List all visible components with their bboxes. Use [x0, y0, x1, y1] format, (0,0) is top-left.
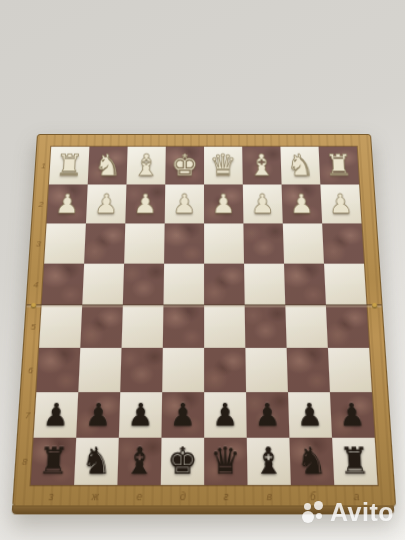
square-a6 [327, 348, 371, 392]
square-f8: ♝ [117, 438, 161, 485]
black-rook: ♜ [30, 438, 76, 485]
white-bishop: ♝ [242, 147, 281, 185]
black-pawn: ♟ [287, 392, 331, 438]
square-g3 [84, 223, 125, 263]
square-g6 [78, 348, 121, 392]
black-pawn: ♟ [204, 392, 247, 438]
square-d7: ♟ [204, 392, 247, 438]
white-pawn: ♟ [46, 184, 87, 223]
white-king: ♚ [165, 147, 204, 185]
file-label-д: д [180, 490, 186, 503]
square-h4 [41, 264, 83, 305]
black-queen: ♛ [204, 438, 247, 485]
square-e6 [162, 348, 204, 392]
white-pawn: ♟ [125, 184, 165, 223]
black-pawn: ♟ [246, 392, 289, 438]
chess-board: 12345678 ♜♞♝♚♛♝♞♜♟♟♟♟♟♟♟♟♟♟♟♟♟♟♟♟♜♞♝♚♛♝♞… [12, 134, 396, 507]
square-e1: ♚ [165, 147, 204, 185]
square-f4 [122, 264, 163, 305]
white-bishop: ♝ [126, 147, 165, 185]
square-d8: ♛ [204, 438, 247, 485]
black-bishop: ♝ [117, 438, 161, 485]
square-b5 [285, 305, 328, 348]
square-c4 [244, 264, 285, 305]
square-d5 [204, 305, 245, 348]
square-f5 [121, 305, 163, 348]
black-pawn: ♟ [329, 392, 374, 438]
square-a5 [325, 305, 368, 348]
file-label-г: г [223, 490, 228, 503]
board-grid: ♜♞♝♚♛♝♞♜♟♟♟♟♟♟♟♟♟♟♟♟♟♟♟♟♜♞♝♚♛♝♞♜ [30, 147, 377, 485]
hinge-left-icon [30, 303, 36, 309]
square-c2: ♟ [242, 184, 282, 223]
square-c7: ♟ [246, 392, 289, 438]
avito-watermark-text: Avito [330, 498, 394, 527]
black-rook: ♜ [332, 438, 378, 485]
square-g4 [82, 264, 124, 305]
square-a8: ♜ [332, 438, 378, 485]
square-g2: ♟ [85, 184, 126, 223]
white-pawn: ♟ [164, 184, 203, 223]
square-b1: ♞ [280, 147, 320, 185]
file-label-з: з [48, 490, 53, 503]
square-h1: ♜ [48, 147, 88, 185]
black-bishop: ♝ [246, 438, 290, 485]
square-f2: ♟ [125, 184, 165, 223]
square-c6 [245, 348, 288, 392]
white-pawn: ♟ [85, 184, 126, 223]
square-a1: ♜ [318, 147, 359, 185]
white-pawn: ♟ [320, 184, 361, 223]
square-h2: ♟ [46, 184, 87, 223]
file-label-ж: ж [91, 490, 99, 503]
square-e5 [162, 305, 203, 348]
white-rook: ♜ [48, 147, 88, 185]
square-c8: ♝ [246, 438, 290, 485]
square-e8: ♚ [160, 438, 203, 485]
board-perspective-wrapper: 12345678 ♜♞♝♚♛♝♞♜♟♟♟♟♟♟♟♟♟♟♟♟♟♟♟♟♜♞♝♚♛♝♞… [11, 134, 394, 514]
square-g1: ♞ [87, 147, 127, 185]
white-queen: ♛ [204, 147, 243, 185]
square-e3 [164, 223, 204, 263]
square-b7: ♟ [287, 392, 331, 438]
square-h6 [36, 348, 80, 392]
square-c3 [243, 223, 284, 263]
white-rook: ♜ [318, 147, 359, 185]
square-b6 [286, 348, 329, 392]
square-e7: ♟ [161, 392, 204, 438]
rank-label-5: 5 [30, 321, 35, 331]
listing-photo: 12345678 ♜♞♝♚♛♝♞♜♟♟♟♟♟♟♟♟♟♟♟♟♟♟♟♟♜♞♝♚♛♝♞… [0, 0, 405, 540]
avito-logo-icon [302, 500, 325, 525]
square-c5 [244, 305, 286, 348]
rank-label-4: 4 [33, 279, 38, 289]
square-b3 [282, 223, 323, 263]
square-b4 [284, 264, 326, 305]
black-king: ♚ [160, 438, 203, 485]
square-h8: ♜ [30, 438, 76, 485]
file-label-е: е [136, 490, 142, 503]
rank-label-1: 1 [40, 161, 45, 170]
square-e4 [163, 264, 204, 305]
square-a4 [323, 264, 366, 305]
rank-label-6: 6 [27, 365, 33, 375]
black-pawn: ♟ [76, 392, 120, 438]
square-b2: ♟ [281, 184, 322, 223]
white-pawn: ♟ [242, 184, 282, 223]
white-pawn: ♟ [281, 184, 322, 223]
square-d1: ♛ [204, 147, 243, 185]
square-g5 [80, 305, 123, 348]
black-knight: ♞ [74, 438, 119, 485]
square-g7: ♟ [76, 392, 120, 438]
white-knight: ♞ [280, 147, 320, 185]
black-pawn: ♟ [118, 392, 161, 438]
square-b8: ♞ [289, 438, 334, 485]
square-c1: ♝ [242, 147, 281, 185]
square-d6 [204, 348, 246, 392]
rank-label-2: 2 [38, 199, 43, 208]
rank-label-8: 8 [21, 456, 27, 467]
square-a3 [322, 223, 364, 263]
square-h7: ♟ [33, 392, 78, 438]
square-d4 [204, 264, 245, 305]
square-f3 [124, 223, 165, 263]
avito-watermark: Avito [302, 498, 394, 527]
square-a7: ♟ [329, 392, 374, 438]
rank-label-3: 3 [35, 239, 40, 249]
black-pawn: ♟ [161, 392, 204, 438]
square-h5 [39, 305, 82, 348]
board-fold-line [26, 304, 381, 307]
square-g8: ♞ [74, 438, 119, 485]
square-e2: ♟ [164, 184, 203, 223]
white-knight: ♞ [87, 147, 127, 185]
square-d2: ♟ [204, 184, 243, 223]
square-d3 [204, 223, 244, 263]
rank-label-7: 7 [24, 409, 30, 420]
square-h3 [44, 223, 86, 263]
square-a2: ♟ [320, 184, 361, 223]
square-f6 [120, 348, 163, 392]
white-pawn: ♟ [204, 184, 243, 223]
square-f7: ♟ [118, 392, 161, 438]
hinge-right-icon [371, 303, 377, 309]
black-pawn: ♟ [33, 392, 78, 438]
square-f1: ♝ [126, 147, 165, 185]
file-label-в: в [266, 490, 272, 503]
black-knight: ♞ [289, 438, 334, 485]
